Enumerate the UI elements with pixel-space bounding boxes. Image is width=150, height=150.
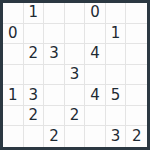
cell-r1c1-empty[interactable] (3, 3, 24, 24)
cell-r1c4-empty[interactable] (65, 3, 86, 24)
cell-r4c7-empty[interactable] (126, 65, 147, 86)
puzzle-board: 10012343134522232 (0, 0, 150, 150)
cell-r5c3-empty[interactable] (44, 85, 65, 106)
cell-r1c7-empty[interactable] (126, 3, 147, 24)
cell-r3c2-clue-2[interactable]: 2 (24, 44, 45, 65)
cell-r4c3-empty[interactable] (44, 65, 65, 86)
cell-r6c4-clue-2[interactable]: 2 (65, 106, 86, 127)
cell-r7c6-clue-3[interactable]: 3 (106, 126, 127, 147)
cell-r5c7-empty[interactable] (126, 85, 147, 106)
cell-r4c1-empty[interactable] (3, 65, 24, 86)
cell-r7c4-empty[interactable] (65, 126, 86, 147)
cell-r4c6-empty[interactable] (106, 65, 127, 86)
cell-r2c4-empty[interactable] (65, 24, 86, 45)
cell-r3c6-empty[interactable] (106, 44, 127, 65)
cell-r4c4-clue-3[interactable]: 3 (65, 65, 86, 86)
cell-r1c6-empty[interactable] (106, 3, 127, 24)
cell-r2c5-empty[interactable] (85, 24, 106, 45)
cell-r6c6-empty[interactable] (106, 106, 127, 127)
cell-r6c3-empty[interactable] (44, 106, 65, 127)
cell-r3c5-clue-4[interactable]: 4 (85, 44, 106, 65)
cell-r6c2-clue-2[interactable]: 2 (24, 106, 45, 127)
cell-r3c4-empty[interactable] (65, 44, 86, 65)
cell-r2c1-clue-0[interactable]: 0 (3, 24, 24, 45)
cell-r6c5-empty[interactable] (85, 106, 106, 127)
cell-r5c6-clue-5[interactable]: 5 (106, 85, 127, 106)
cell-r1c5-clue-0[interactable]: 0 (85, 3, 106, 24)
cell-r5c4-empty[interactable] (65, 85, 86, 106)
cell-r4c2-empty[interactable] (24, 65, 45, 86)
cell-r2c6-clue-1[interactable]: 1 (106, 24, 127, 45)
cell-r1c2-clue-1[interactable]: 1 (24, 3, 45, 24)
cell-r7c3-clue-2[interactable]: 2 (44, 126, 65, 147)
cell-r5c5-clue-4[interactable]: 4 (85, 85, 106, 106)
cell-r7c2-empty[interactable] (24, 126, 45, 147)
cell-r5c1-clue-1[interactable]: 1 (3, 85, 24, 106)
cell-r4c5-empty[interactable] (85, 65, 106, 86)
cell-r7c7-clue-2[interactable]: 2 (126, 126, 147, 147)
cell-r3c1-empty[interactable] (3, 44, 24, 65)
cell-r5c2-clue-3[interactable]: 3 (24, 85, 45, 106)
cell-r6c1-empty[interactable] (3, 106, 24, 127)
cell-r2c2-empty[interactable] (24, 24, 45, 45)
cell-r1c3-empty[interactable] (44, 3, 65, 24)
cell-r7c5-empty[interactable] (85, 126, 106, 147)
cell-r7c1-empty[interactable] (3, 126, 24, 147)
cell-r2c3-empty[interactable] (44, 24, 65, 45)
cell-r3c3-clue-3[interactable]: 3 (44, 44, 65, 65)
cell-r3c7-empty[interactable] (126, 44, 147, 65)
cell-r6c7-empty[interactable] (126, 106, 147, 127)
cell-r2c7-empty[interactable] (126, 24, 147, 45)
